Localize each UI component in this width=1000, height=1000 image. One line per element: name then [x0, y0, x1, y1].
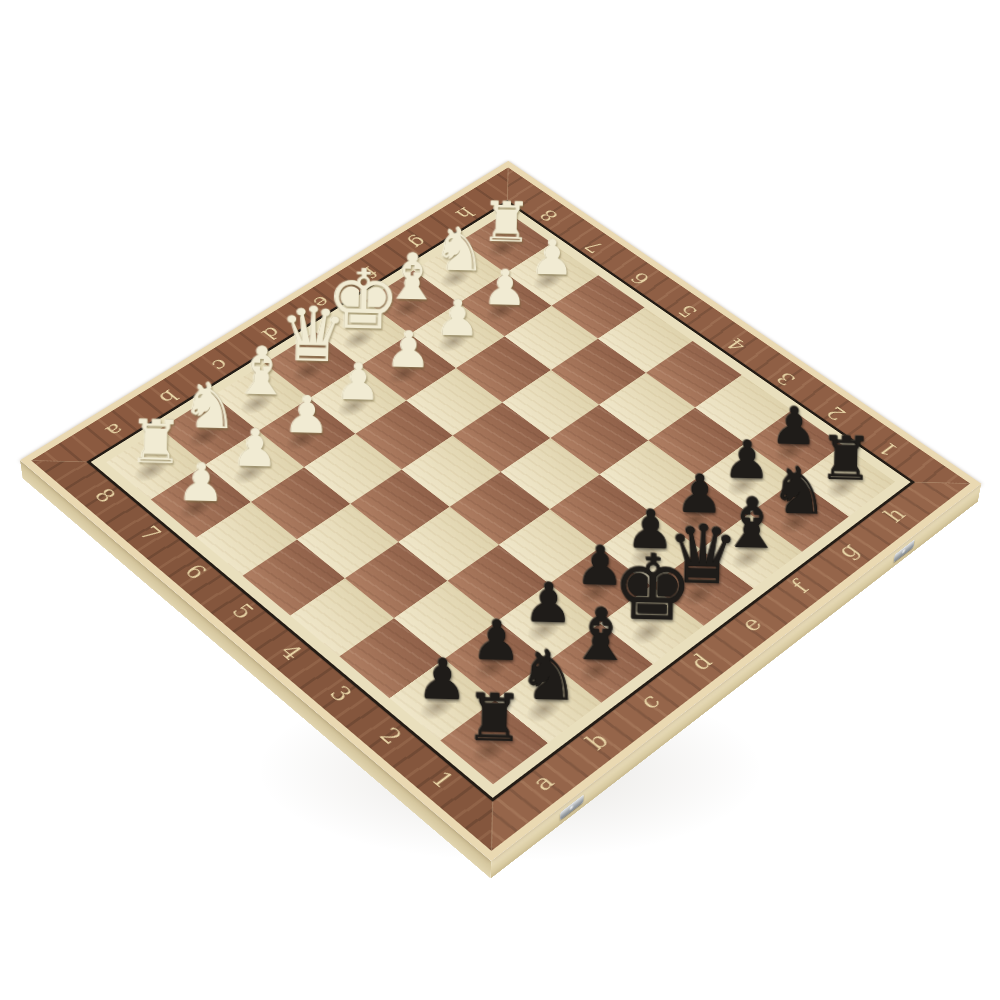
board-top-surface: ♜♞♝♛♚♝♞♜♟♟♟♟♟♟♟♟♟♟♟♟♟♟♟♟♜♞♝♚♛♝♞♜ abcdefg… — [20, 161, 981, 861]
board-grid: ♜♞♝♛♚♝♞♜♟♟♟♟♟♟♟♟♟♟♟♟♟♟♟♟♜♞♝♚♛♝♞♜ — [106, 212, 895, 784]
product-photo-canvas: ♜♞♝♛♚♝♞♜♟♟♟♟♟♟♟♟♟♟♟♟♟♟♟♟♜♞♝♚♛♝♞♜ abcdefg… — [0, 0, 1000, 1000]
chess-board: ♜♞♝♛♚♝♞♜♟♟♟♟♟♟♟♟♟♟♟♟♟♟♟♟♜♞♝♚♛♝♞♜ abcdefg… — [20, 161, 981, 861]
